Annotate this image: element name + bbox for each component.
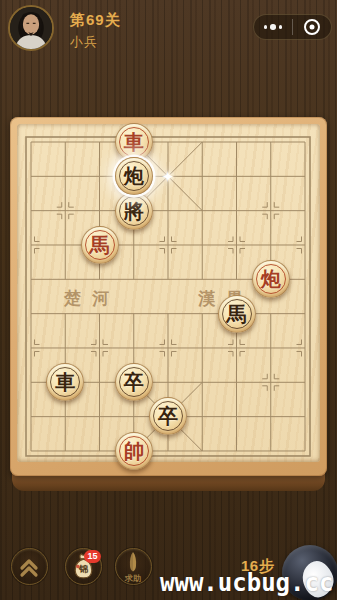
praying-hands-icon: 求助: [121, 550, 145, 583]
capture-sparkle-icon: ✦: [162, 169, 175, 184]
hint-count-badge: 15: [84, 550, 101, 563]
piece-black-general[interactable]: 將: [115, 192, 153, 230]
screen: 第69关 小兵 楚河 漢界 車炮將馬炮馬車卒卒帥✦: [0, 0, 337, 600]
player-name: 小兵: [70, 33, 98, 51]
piece-glyph: 車: [124, 132, 144, 152]
three-dots-icon: [279, 25, 283, 29]
more-button[interactable]: [254, 15, 292, 39]
three-dots-icon: [270, 24, 276, 30]
piece-red-horse[interactable]: 馬: [81, 226, 119, 264]
level-title: 第69关: [70, 11, 121, 30]
help-button[interactable]: 求助: [115, 548, 152, 585]
circle-dot-icon: [304, 19, 320, 35]
piece-black-soldier[interactable]: 卒: [149, 397, 187, 435]
piece-glyph: 卒: [124, 372, 144, 392]
piece-glyph: 炮: [124, 166, 144, 186]
svg-text:锦: 锦: [77, 563, 88, 574]
piece-glyph: 將: [124, 201, 144, 221]
piece-glyph: 車: [55, 372, 75, 392]
avatar[interactable]: [8, 5, 54, 51]
expand-button[interactable]: [11, 548, 48, 585]
avatar-portrait: [10, 7, 52, 49]
piece-glyph: 卒: [158, 406, 178, 426]
piece-black-chariot[interactable]: 車: [46, 363, 84, 401]
piece-black-cannon[interactable]: 炮: [115, 157, 153, 195]
pieces-layer: 車炮將馬炮馬車卒卒帥✦: [14, 125, 322, 468]
piece-black-horse[interactable]: 馬: [218, 295, 256, 333]
piece-red-general[interactable]: 帥: [115, 432, 153, 470]
exit-button[interactable]: [293, 15, 331, 39]
svg-text:求助: 求助: [124, 573, 141, 583]
piece-black-soldier[interactable]: 卒: [115, 363, 153, 401]
three-dots-icon: [264, 25, 268, 29]
piece-red-chariot[interactable]: 車: [115, 123, 153, 161]
piece-glyph: 帥: [124, 441, 144, 461]
piece-glyph: 馬: [227, 304, 247, 324]
wechat-capsule: [253, 14, 332, 40]
chevron-up-icon: [18, 556, 40, 578]
piece-red-cannon[interactable]: 炮: [252, 260, 290, 298]
piece-glyph: 馬: [90, 235, 110, 255]
piece-glyph: 炮: [261, 269, 281, 289]
watermark: www.ucbug.cc: [160, 569, 333, 597]
